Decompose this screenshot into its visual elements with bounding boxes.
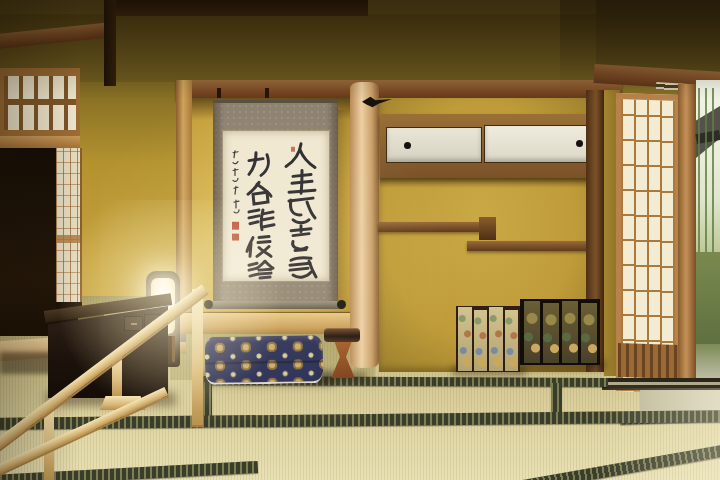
shoji-koshi-panel	[618, 343, 678, 379]
bamboo-stalks	[698, 88, 718, 260]
folding-screen-right	[520, 299, 600, 365]
screen-panel	[505, 310, 519, 371]
screen-panel	[524, 301, 540, 363]
staggered-shelf-lower	[467, 241, 594, 251]
folding-screen-left	[456, 306, 520, 372]
screen-panel	[543, 303, 559, 363]
vignette-left	[0, 0, 80, 480]
shelf-step-block	[479, 217, 496, 240]
screen-panel	[474, 310, 488, 371]
door-pull-right	[576, 140, 583, 147]
moss-ground	[696, 252, 720, 344]
screen-panel	[489, 307, 503, 371]
screen-panel	[458, 307, 472, 371]
vignette-top-right	[560, 0, 720, 90]
screen-panel	[581, 303, 597, 363]
ambient-glow	[100, 90, 460, 420]
screen-panel	[562, 301, 578, 363]
japanese-room-photo: 人生感意氣 功名誰復論 魏徴述懐詩 春眞	[0, 0, 720, 480]
floor-light-right	[596, 388, 720, 480]
veranda-post	[678, 84, 696, 414]
garden-view	[696, 80, 720, 382]
